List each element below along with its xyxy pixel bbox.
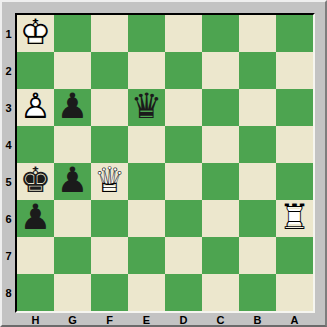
square-b2[interactable]	[239, 52, 276, 89]
square-f8[interactable]	[91, 274, 128, 311]
square-h8[interactable]	[17, 274, 54, 311]
rank-label-7: 7	[2, 237, 15, 274]
square-h6[interactable]: ♟	[17, 200, 54, 237]
square-g5[interactable]: ♟	[54, 163, 91, 200]
square-b7[interactable]	[239, 237, 276, 274]
rank-label-6: 6	[2, 200, 15, 237]
square-e2[interactable]	[128, 52, 165, 89]
square-e5[interactable]	[128, 163, 165, 200]
square-a3[interactable]	[276, 89, 313, 126]
square-f1[interactable]	[91, 15, 128, 52]
piece-glyph: ♟	[54, 162, 91, 199]
file-label-h: H	[17, 314, 54, 326]
rank-label-4: 4	[2, 126, 15, 163]
rank-label-1: 1	[2, 15, 15, 52]
square-c1[interactable]	[202, 15, 239, 52]
black-pawn[interactable]: ♟	[17, 200, 54, 237]
square-g8[interactable]	[54, 274, 91, 311]
square-h1[interactable]: ♚♔	[17, 15, 54, 52]
square-a6[interactable]: ♜♖	[276, 200, 313, 237]
square-e8[interactable]	[128, 274, 165, 311]
file-label-b: B	[239, 314, 276, 326]
square-b3[interactable]	[239, 89, 276, 126]
file-label-g: G	[54, 314, 91, 326]
square-a7[interactable]	[276, 237, 313, 274]
piece-glyph: ♟	[17, 199, 54, 236]
square-g4[interactable]	[54, 126, 91, 163]
square-h2[interactable]	[17, 52, 54, 89]
white-king[interactable]: ♚♔	[17, 15, 54, 52]
rank-label-8: 8	[2, 274, 15, 311]
square-c7[interactable]	[202, 237, 239, 274]
square-d5[interactable]	[165, 163, 202, 200]
square-e1[interactable]	[128, 15, 165, 52]
rank-label-3: 3	[2, 89, 15, 126]
square-g2[interactable]	[54, 52, 91, 89]
square-d3[interactable]	[165, 89, 202, 126]
file-label-a: A	[276, 314, 313, 326]
square-e4[interactable]	[128, 126, 165, 163]
square-e3[interactable]: ♛	[128, 89, 165, 126]
square-h5[interactable]: ♚	[17, 163, 54, 200]
square-d6[interactable]	[165, 200, 202, 237]
square-f3[interactable]	[91, 89, 128, 126]
rank-label-5: 5	[2, 163, 15, 200]
square-c6[interactable]	[202, 200, 239, 237]
square-a1[interactable]	[276, 15, 313, 52]
square-g7[interactable]	[54, 237, 91, 274]
square-c8[interactable]	[202, 274, 239, 311]
square-f6[interactable]	[91, 200, 128, 237]
file-label-f: F	[91, 314, 128, 326]
rank-labels: 12345678	[2, 15, 15, 311]
square-h7[interactable]	[17, 237, 54, 274]
square-c3[interactable]	[202, 89, 239, 126]
square-e6[interactable]	[128, 200, 165, 237]
square-b6[interactable]	[239, 200, 276, 237]
square-c4[interactable]	[202, 126, 239, 163]
square-g6[interactable]	[54, 200, 91, 237]
square-h3[interactable]: ♟♙	[17, 89, 54, 126]
square-f4[interactable]	[91, 126, 128, 163]
piece-outline-glyph: ♔	[17, 14, 54, 51]
square-d2[interactable]	[165, 52, 202, 89]
piece-glyph: ♛	[128, 88, 165, 125]
piece-glyph: ♚	[17, 162, 54, 199]
square-g3[interactable]: ♟	[54, 89, 91, 126]
piece-glyph: ♟	[54, 88, 91, 125]
black-pawn[interactable]: ♟	[54, 163, 91, 200]
board-frame: 12345678 ♚♔♟♙♟♛♚♟♛♕♟♜♖ HGFEDCBA	[0, 0, 327, 327]
square-a8[interactable]	[276, 274, 313, 311]
file-label-c: C	[202, 314, 239, 326]
file-label-d: D	[165, 314, 202, 326]
square-a5[interactable]	[276, 163, 313, 200]
square-c5[interactable]	[202, 163, 239, 200]
rank-label-2: 2	[2, 52, 15, 89]
square-d8[interactable]	[165, 274, 202, 311]
square-b5[interactable]	[239, 163, 276, 200]
piece-outline-glyph: ♕	[91, 162, 128, 199]
piece-outline-glyph: ♖	[276, 199, 313, 236]
square-b1[interactable]	[239, 15, 276, 52]
square-d1[interactable]	[165, 15, 202, 52]
piece-outline-glyph: ♙	[17, 88, 54, 125]
square-f7[interactable]	[91, 237, 128, 274]
square-f5[interactable]: ♛♕	[91, 163, 128, 200]
black-pawn[interactable]: ♟	[54, 89, 91, 126]
square-c2[interactable]	[202, 52, 239, 89]
white-queen[interactable]: ♛♕	[91, 163, 128, 200]
square-b4[interactable]	[239, 126, 276, 163]
square-e7[interactable]	[128, 237, 165, 274]
white-rook[interactable]: ♜♖	[276, 200, 313, 237]
square-a2[interactable]	[276, 52, 313, 89]
square-d7[interactable]	[165, 237, 202, 274]
black-queen[interactable]: ♛	[128, 89, 165, 126]
file-labels: HGFEDCBA	[17, 314, 313, 326]
square-f2[interactable]	[91, 52, 128, 89]
square-b8[interactable]	[239, 274, 276, 311]
square-a4[interactable]	[276, 126, 313, 163]
black-king[interactable]: ♚	[17, 163, 54, 200]
white-pawn[interactable]: ♟♙	[17, 89, 54, 126]
file-label-e: E	[128, 314, 165, 326]
square-g1[interactable]	[54, 15, 91, 52]
chess-board: ♚♔♟♙♟♛♚♟♛♕♟♜♖	[15, 13, 315, 313]
square-d4[interactable]	[165, 126, 202, 163]
square-h4[interactable]	[17, 126, 54, 163]
